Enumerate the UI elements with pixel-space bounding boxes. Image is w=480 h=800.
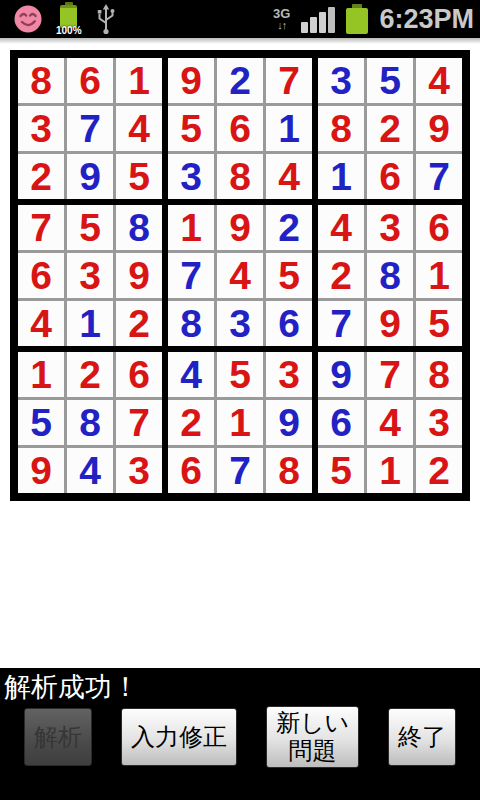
cell-r3c3[interactable]: 5 <box>116 154 162 199</box>
cell-r6c8[interactable]: 9 <box>367 301 413 346</box>
cell-r6c5[interactable]: 3 <box>217 301 263 346</box>
cell-r1c5[interactable]: 2 <box>217 58 263 103</box>
cell-r4c1[interactable]: 7 <box>18 205 64 250</box>
cell-r6c1[interactable]: 4 <box>18 301 64 346</box>
cell-r8c3[interactable]: 7 <box>116 400 162 445</box>
cell-r7c1[interactable]: 1 <box>18 352 64 397</box>
cell-r9c9[interactable]: 2 <box>416 448 462 493</box>
cell-r7c5[interactable]: 5 <box>217 352 263 397</box>
cell-r9c7[interactable]: 5 <box>318 448 364 493</box>
cell-r4c6[interactable]: 2 <box>266 205 312 250</box>
cell-r9c3[interactable]: 3 <box>116 448 162 493</box>
cell-r5c7[interactable]: 2 <box>318 253 364 298</box>
cell-r6c3[interactable]: 2 <box>116 301 162 346</box>
battery-100-icon: 100% <box>56 2 82 36</box>
sudoku-block-6: 436281795 <box>318 205 462 346</box>
cell-r3c6[interactable]: 4 <box>266 154 312 199</box>
button-row: 解析 入力修正 新しい 問題 終了 <box>0 706 480 767</box>
cell-r9c6[interactable]: 8 <box>266 448 312 493</box>
cell-r2c4[interactable]: 5 <box>168 106 214 151</box>
bottom-panel: 解析成功！ 解析 入力修正 新しい 問題 終了 <box>0 668 480 800</box>
cell-r6c4[interactable]: 8 <box>168 301 214 346</box>
cell-r5c4[interactable]: 7 <box>168 253 214 298</box>
cell-r5c9[interactable]: 1 <box>416 253 462 298</box>
cell-r7c6[interactable]: 3 <box>266 352 312 397</box>
cell-r3c8[interactable]: 6 <box>367 154 413 199</box>
cell-r5c8[interactable]: 8 <box>367 253 413 298</box>
cell-r5c5[interactable]: 4 <box>217 253 263 298</box>
sudoku-block-7: 126587943 <box>18 352 162 493</box>
cell-r5c2[interactable]: 3 <box>67 253 113 298</box>
network-arrows: ↓↑ <box>277 20 286 31</box>
sudoku-block-5: 192745836 <box>168 205 312 346</box>
exit-button[interactable]: 終了 <box>388 708 456 766</box>
analyze-button[interactable]: 解析 <box>24 708 92 766</box>
cell-r2c9[interactable]: 9 <box>416 106 462 151</box>
cell-r2c7[interactable]: 8 <box>318 106 364 151</box>
cell-r1c2[interactable]: 6 <box>67 58 113 103</box>
cell-r1c8[interactable]: 5 <box>367 58 413 103</box>
cell-r8c6[interactable]: 9 <box>266 400 312 445</box>
cell-r3c1[interactable]: 2 <box>18 154 64 199</box>
cell-r6c9[interactable]: 5 <box>416 301 462 346</box>
cell-r9c4[interactable]: 6 <box>168 448 214 493</box>
cell-r7c4[interactable]: 4 <box>168 352 214 397</box>
cell-r7c3[interactable]: 6 <box>116 352 162 397</box>
cell-r7c2[interactable]: 2 <box>67 352 113 397</box>
cell-r8c9[interactable]: 3 <box>416 400 462 445</box>
sudoku-block-8: 453219678 <box>168 352 312 493</box>
cell-r8c8[interactable]: 4 <box>367 400 413 445</box>
analysis-status-text: 解析成功！ <box>0 668 480 703</box>
cell-r9c2[interactable]: 4 <box>67 448 113 493</box>
cell-r7c8[interactable]: 7 <box>367 352 413 397</box>
cell-r8c1[interactable]: 5 <box>18 400 64 445</box>
cell-r2c3[interactable]: 4 <box>116 106 162 151</box>
smiley-icon <box>13 4 43 34</box>
cell-r3c5[interactable]: 8 <box>217 154 263 199</box>
cell-r1c7[interactable]: 3 <box>318 58 364 103</box>
cell-r2c1[interactable]: 3 <box>18 106 64 151</box>
cell-r8c4[interactable]: 2 <box>168 400 214 445</box>
battery-percent-label: 100% <box>56 26 82 36</box>
usb-icon <box>95 3 117 35</box>
edit-input-button[interactable]: 入力修正 <box>121 708 237 766</box>
cell-r3c9[interactable]: 7 <box>416 154 462 199</box>
main-area: 8613742959275613843548291677586394121927… <box>0 38 480 668</box>
cell-r1c9[interactable]: 4 <box>416 58 462 103</box>
cell-r3c2[interactable]: 9 <box>67 154 113 199</box>
cell-r1c4[interactable]: 9 <box>168 58 214 103</box>
cell-r4c8[interactable]: 3 <box>367 205 413 250</box>
cell-r5c6[interactable]: 5 <box>266 253 312 298</box>
cell-r3c4[interactable]: 3 <box>168 154 214 199</box>
sudoku-block-3: 354829167 <box>318 58 462 199</box>
battery-icon <box>346 4 368 34</box>
clock: 6:23PM <box>379 4 474 35</box>
sudoku-block-2: 927561384 <box>168 58 312 199</box>
cell-r5c3[interactable]: 9 <box>116 253 162 298</box>
new-problem-button[interactable]: 新しい 問題 <box>266 706 359 767</box>
sudoku-board: 8613742959275613843548291677586394121927… <box>10 50 470 501</box>
cell-r9c1[interactable]: 9 <box>18 448 64 493</box>
cell-r4c3[interactable]: 8 <box>116 205 162 250</box>
cell-r9c5[interactable]: 7 <box>217 448 263 493</box>
cell-r6c6[interactable]: 6 <box>266 301 312 346</box>
cell-r8c2[interactable]: 8 <box>67 400 113 445</box>
sudoku-block-9: 978643512 <box>318 352 462 493</box>
cell-r9c8[interactable]: 1 <box>367 448 413 493</box>
status-bar: 100% 3G ↓↑ 6:23PM <box>0 0 480 38</box>
cell-r6c7[interactable]: 7 <box>318 301 364 346</box>
cell-r8c5[interactable]: 1 <box>217 400 263 445</box>
cell-r7c7[interactable]: 9 <box>318 352 364 397</box>
cell-r2c6[interactable]: 1 <box>266 106 312 151</box>
cell-r3c7[interactable]: 1 <box>318 154 364 199</box>
cell-r7c9[interactable]: 8 <box>416 352 462 397</box>
cell-r1c3[interactable]: 1 <box>116 58 162 103</box>
cell-r1c1[interactable]: 8 <box>18 58 64 103</box>
cell-r5c1[interactable]: 6 <box>18 253 64 298</box>
cell-r4c9[interactable]: 6 <box>416 205 462 250</box>
cell-r2c2[interactable]: 7 <box>67 106 113 151</box>
cell-r4c7[interactable]: 4 <box>318 205 364 250</box>
network-3g-icon: 3G ↓↑ <box>273 7 290 31</box>
cell-r6c2[interactable]: 1 <box>67 301 113 346</box>
cell-r4c5[interactable]: 9 <box>217 205 263 250</box>
cell-r1c6[interactable]: 7 <box>266 58 312 103</box>
sudoku-block-1: 861374295 <box>18 58 162 199</box>
cell-r2c8[interactable]: 2 <box>367 106 413 151</box>
cell-r4c2[interactable]: 5 <box>67 205 113 250</box>
cell-r8c7[interactable]: 6 <box>318 400 364 445</box>
signal-bars-icon <box>301 5 335 33</box>
sudoku-block-4: 758639412 <box>18 205 162 346</box>
cell-r4c4[interactable]: 1 <box>168 205 214 250</box>
cell-r2c5[interactable]: 6 <box>217 106 263 151</box>
